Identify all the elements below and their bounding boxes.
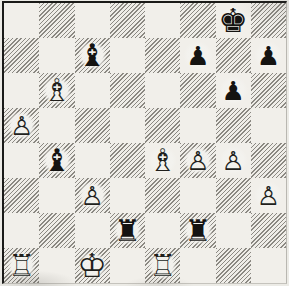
piece-black-bishop-b4: ♝ [39,143,74,178]
square-c6 [75,73,110,108]
square-c5 [75,108,110,143]
square-h2 [251,213,286,248]
square-a6 [4,73,39,108]
square-b1 [39,248,74,283]
square-e6 [145,73,180,108]
square-e4: ♗ [145,143,180,178]
piece-white-pawn-g4: ♙ [216,143,251,178]
square-a8 [4,3,39,38]
square-b3 [39,178,74,213]
scanned-diagram-page: ♚♝♟♟♗♟♙♝♗♙♙♙♙♜♜♖♔♖ [0,0,289,286]
piece-white-pawn-h3: ♙ [251,178,286,213]
square-d7 [110,38,145,73]
square-e3 [145,178,180,213]
square-e2 [145,213,180,248]
square-f1 [180,248,215,283]
square-e7 [145,38,180,73]
square-f8 [180,3,215,38]
piece-black-king-g8: ♚ [216,3,251,38]
piece-black-pawn-g6: ♟ [216,73,251,108]
square-c7: ♝ [75,38,110,73]
square-a1: ♖ [4,248,39,283]
piece-white-rook-a1: ♖ [4,248,39,283]
square-g3 [216,178,251,213]
square-g6: ♟ [216,73,251,108]
piece-white-bishop-b6: ♗ [39,73,74,108]
piece-black-bishop-c7: ♝ [75,38,110,73]
square-g8: ♚ [216,3,251,38]
square-d6 [110,73,145,108]
square-c2 [75,213,110,248]
square-a4 [4,143,39,178]
piece-white-bishop-e4: ♗ [145,143,180,178]
square-f4: ♙ [180,143,215,178]
square-e8 [145,3,180,38]
piece-black-rook-d2: ♜ [110,213,145,248]
square-d3 [110,178,145,213]
piece-white-king-c1: ♔ [75,248,110,283]
square-h5 [251,108,286,143]
piece-white-rook-e1: ♖ [145,248,180,283]
square-g4: ♙ [216,143,251,178]
square-d5 [110,108,145,143]
square-g1 [216,248,251,283]
square-a5: ♙ [4,108,39,143]
piece-white-pawn-f4: ♙ [180,143,215,178]
square-c8 [75,3,110,38]
square-a2 [4,213,39,248]
square-b7 [39,38,74,73]
chess-board: ♚♝♟♟♗♟♙♝♗♙♙♙♙♜♜♖♔♖ [2,1,287,284]
square-g2 [216,213,251,248]
square-b4: ♝ [39,143,74,178]
square-g5 [216,108,251,143]
piece-white-pawn-c3: ♙ [75,178,110,213]
square-h1 [251,248,286,283]
square-c3: ♙ [75,178,110,213]
square-g7 [216,38,251,73]
square-a7 [4,38,39,73]
square-f3 [180,178,215,213]
square-c4 [75,143,110,178]
piece-black-rook-f2: ♜ [180,213,215,248]
square-f6 [180,73,215,108]
square-b2 [39,213,74,248]
square-h8 [251,3,286,38]
square-b5 [39,108,74,143]
square-h7: ♟ [251,38,286,73]
square-b6: ♗ [39,73,74,108]
piece-black-pawn-h7: ♟ [251,38,286,73]
square-f2: ♜ [180,213,215,248]
square-h6 [251,73,286,108]
square-b8 [39,3,74,38]
square-d1 [110,248,145,283]
square-e5 [145,108,180,143]
square-d8 [110,3,145,38]
square-e1: ♖ [145,248,180,283]
piece-black-pawn-f7: ♟ [180,38,215,73]
square-d4 [110,143,145,178]
square-c1: ♔ [75,248,110,283]
square-a3 [4,178,39,213]
square-d2: ♜ [110,213,145,248]
square-f5 [180,108,215,143]
square-h4 [251,143,286,178]
piece-white-pawn-a5: ♙ [4,108,39,143]
square-f7: ♟ [180,38,215,73]
square-h3: ♙ [251,178,286,213]
